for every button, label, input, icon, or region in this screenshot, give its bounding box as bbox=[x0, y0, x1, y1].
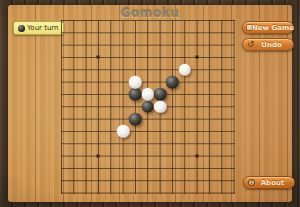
white-stone bbox=[154, 101, 167, 114]
gomoku-board[interactable] bbox=[61, 20, 235, 194]
black-stone bbox=[166, 76, 179, 89]
white-stone bbox=[179, 64, 192, 77]
black-stone-icon bbox=[18, 25, 25, 32]
black-stone bbox=[129, 113, 142, 126]
turn-indicator: Your turn bbox=[13, 21, 64, 35]
star-point bbox=[196, 155, 199, 158]
new-game-button-label: New Game bbox=[252, 24, 294, 32]
black-stone bbox=[142, 101, 155, 114]
about-button-label: About bbox=[255, 179, 290, 187]
black-stone bbox=[129, 88, 142, 101]
black-stone bbox=[154, 88, 167, 101]
turn-indicator-label: Your turn bbox=[27, 24, 59, 32]
new-game-button[interactable]: New Game bbox=[242, 21, 294, 34]
about-button[interactable]: i About bbox=[243, 176, 295, 189]
undo-button[interactable]: ↺ Undo bbox=[242, 38, 294, 51]
star-point bbox=[97, 155, 100, 158]
star-point bbox=[196, 56, 199, 59]
white-stone bbox=[117, 125, 130, 138]
white-stone bbox=[142, 88, 155, 101]
game-panel: Gomoku Your turn New Game ↺ Undo i About bbox=[8, 5, 292, 202]
undo-arrow-icon: ↺ bbox=[247, 40, 254, 49]
star-point bbox=[97, 56, 100, 59]
page-title: Gomoku bbox=[8, 6, 292, 20]
white-stone bbox=[129, 76, 142, 89]
undo-button-label: Undo bbox=[254, 41, 289, 49]
info-icon: i bbox=[248, 179, 255, 186]
